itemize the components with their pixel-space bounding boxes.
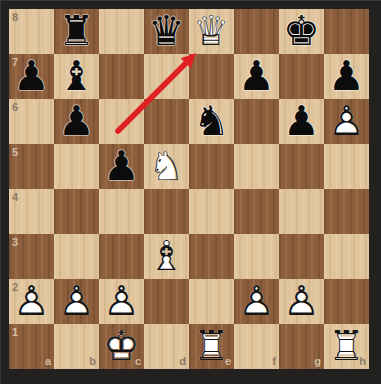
piece-white-pawn-h6[interactable]: ♟♙ — [324, 99, 369, 144]
white-piece-outline: ♙ — [99, 279, 144, 324]
square-d2[interactable] — [144, 279, 189, 324]
square-a8[interactable]: 8 — [9, 9, 54, 54]
piece-black-pawn-c5[interactable]: ♟ — [99, 144, 144, 189]
square-g1[interactable]: g — [279, 324, 324, 369]
square-a5[interactable]: 5 — [9, 144, 54, 189]
square-b7[interactable]: ♝ — [54, 54, 99, 99]
square-g8[interactable]: ♚ — [279, 9, 324, 54]
file-label-d: d — [179, 356, 186, 367]
piece-white-bishop-d3[interactable]: ♝♗ — [144, 234, 189, 279]
square-g5[interactable] — [279, 144, 324, 189]
square-h6[interactable]: ♟♙ — [324, 99, 369, 144]
square-b4[interactable] — [54, 189, 99, 234]
rank-label-3: 3 — [12, 237, 18, 248]
white-piece-outline: ♘ — [144, 144, 189, 189]
square-d6[interactable] — [144, 99, 189, 144]
square-a6[interactable]: 6 — [9, 99, 54, 144]
piece-white-pawn-b2[interactable]: ♟♙ — [54, 279, 99, 324]
square-d1[interactable]: d — [144, 324, 189, 369]
white-piece-outline: ♕ — [189, 9, 234, 54]
piece-white-pawn-c2[interactable]: ♟♙ — [99, 279, 144, 324]
rank-label-6: 6 — [12, 102, 18, 113]
piece-black-pawn-h7[interactable]: ♟ — [324, 54, 369, 99]
white-piece-outline: ♖ — [324, 324, 369, 369]
square-b1[interactable]: b — [54, 324, 99, 369]
square-f2[interactable]: ♟♙ — [234, 279, 279, 324]
piece-white-pawn-f2[interactable]: ♟♙ — [234, 279, 279, 324]
piece-black-rook-b8[interactable]: ♜ — [54, 9, 99, 54]
file-label-f: f — [272, 356, 276, 367]
piece-black-bishop-b7[interactable]: ♝ — [54, 54, 99, 99]
rank-label-4: 4 — [12, 192, 18, 203]
square-b6[interactable]: ♟ — [54, 99, 99, 144]
square-d5[interactable]: ♞♘ — [144, 144, 189, 189]
square-h1[interactable]: h♜♖ — [324, 324, 369, 369]
square-b2[interactable]: ♟♙ — [54, 279, 99, 324]
square-e4[interactable] — [189, 189, 234, 234]
square-d4[interactable] — [144, 189, 189, 234]
square-c7[interactable] — [99, 54, 144, 99]
square-h7[interactable]: ♟ — [324, 54, 369, 99]
white-piece-outline: ♙ — [54, 279, 99, 324]
file-label-a: a — [45, 356, 51, 367]
file-label-b: b — [89, 356, 96, 367]
square-b3[interactable] — [54, 234, 99, 279]
white-piece-outline: ♙ — [324, 99, 369, 144]
square-e8[interactable]: ♛♕ — [189, 9, 234, 54]
square-a1[interactable]: 1a — [9, 324, 54, 369]
piece-white-pawn-a2[interactable]: ♟♙ — [9, 279, 54, 324]
square-d8[interactable]: ♛ — [144, 9, 189, 54]
square-h8[interactable] — [324, 9, 369, 54]
square-a3[interactable]: 3 — [9, 234, 54, 279]
white-piece-outline: ♔ — [99, 324, 144, 369]
square-c4[interactable] — [99, 189, 144, 234]
rank-label-5: 5 — [12, 147, 18, 158]
square-f1[interactable]: f — [234, 324, 279, 369]
square-c8[interactable] — [99, 9, 144, 54]
square-g6[interactable]: ♟ — [279, 99, 324, 144]
square-b5[interactable] — [54, 144, 99, 189]
white-piece-outline: ♗ — [144, 234, 189, 279]
square-f5[interactable] — [234, 144, 279, 189]
square-e1[interactable]: e♜♖ — [189, 324, 234, 369]
board-frame: 8♜♛♛♕♚7♟♝♟♟6♟♞♟♟♙5♟♞♘43♝♗2♟♙♟♙♟♙♟♙♟♙1abc… — [0, 0, 381, 384]
square-c3[interactable] — [99, 234, 144, 279]
square-d7[interactable] — [144, 54, 189, 99]
piece-black-knight-e6[interactable]: ♞ — [189, 99, 234, 144]
rank-label-1: 1 — [12, 327, 18, 338]
white-piece-outline: ♙ — [9, 279, 54, 324]
square-a2[interactable]: 2♟♙ — [9, 279, 54, 324]
square-h2[interactable] — [324, 279, 369, 324]
white-piece-outline: ♙ — [279, 279, 324, 324]
white-piece-outline: ♖ — [189, 324, 234, 369]
piece-white-rook-h1[interactable]: ♜♖ — [324, 324, 369, 369]
square-e6[interactable]: ♞ — [189, 99, 234, 144]
square-f8[interactable] — [234, 9, 279, 54]
square-e5[interactable] — [189, 144, 234, 189]
square-a4[interactable]: 4 — [9, 189, 54, 234]
piece-black-king-g8[interactable]: ♚ — [279, 9, 324, 54]
piece-black-queen-d8[interactable]: ♛ — [144, 9, 189, 54]
square-f7[interactable]: ♟ — [234, 54, 279, 99]
piece-black-pawn-a7[interactable]: ♟ — [9, 54, 54, 99]
square-d3[interactable]: ♝♗ — [144, 234, 189, 279]
chess-board: 8♜♛♛♕♚7♟♝♟♟6♟♞♟♟♙5♟♞♘43♝♗2♟♙♟♙♟♙♟♙♟♙1abc… — [9, 9, 369, 369]
piece-black-pawn-f7[interactable]: ♟ — [234, 54, 279, 99]
square-g3[interactable] — [279, 234, 324, 279]
square-h5[interactable] — [324, 144, 369, 189]
square-f3[interactable] — [234, 234, 279, 279]
piece-white-king-c1[interactable]: ♚♔ — [99, 324, 144, 369]
square-h4[interactable] — [324, 189, 369, 234]
square-g2[interactable]: ♟♙ — [279, 279, 324, 324]
square-c5[interactable]: ♟ — [99, 144, 144, 189]
square-f6[interactable] — [234, 99, 279, 144]
square-g4[interactable] — [279, 189, 324, 234]
square-c6[interactable] — [99, 99, 144, 144]
piece-white-knight-d5[interactable]: ♞♘ — [144, 144, 189, 189]
square-c1[interactable]: c♚♔ — [99, 324, 144, 369]
square-h3[interactable] — [324, 234, 369, 279]
piece-black-pawn-g6[interactable]: ♟ — [279, 99, 324, 144]
square-e3[interactable] — [189, 234, 234, 279]
piece-white-pawn-g2[interactable]: ♟♙ — [279, 279, 324, 324]
square-a7[interactable]: 7♟ — [9, 54, 54, 99]
square-e7[interactable] — [189, 54, 234, 99]
white-piece-outline: ♙ — [234, 279, 279, 324]
square-e2[interactable] — [189, 279, 234, 324]
square-b8[interactable]: ♜ — [54, 9, 99, 54]
rank-label-8: 8 — [12, 12, 18, 23]
square-c2[interactable]: ♟♙ — [99, 279, 144, 324]
file-label-g: g — [314, 356, 321, 367]
square-g7[interactable] — [279, 54, 324, 99]
piece-white-queen-e8[interactable]: ♛♕ — [189, 9, 234, 54]
piece-black-pawn-b6[interactable]: ♟ — [54, 99, 99, 144]
square-f4[interactable] — [234, 189, 279, 234]
piece-white-rook-e1[interactable]: ♜♖ — [189, 324, 234, 369]
